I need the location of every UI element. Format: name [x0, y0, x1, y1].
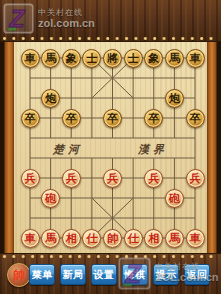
- board-point[interactable]: 砲: [164, 188, 185, 208]
- board-point[interactable]: 仕: [123, 228, 144, 248]
- board-point[interactable]: 兵: [102, 168, 123, 188]
- board-point[interactable]: [123, 108, 144, 128]
- board-point[interactable]: 馬: [164, 48, 185, 68]
- piece-black[interactable]: 卒: [21, 109, 40, 128]
- board-point[interactable]: [164, 108, 185, 128]
- red-general-icon: 帥: [7, 263, 31, 287]
- piece-grid: 車馬象士將士象馬車炮炮卒卒卒卒卒兵兵兵兵兵砲砲車馬相仕帥仕相馬車: [20, 48, 206, 248]
- board-point[interactable]: 馬: [164, 228, 185, 248]
- board-point[interactable]: [123, 168, 144, 188]
- board-point[interactable]: [102, 88, 123, 108]
- board-point[interactable]: [164, 128, 185, 148]
- board-point[interactable]: 車: [20, 228, 41, 248]
- board-point[interactable]: 兵: [20, 168, 41, 188]
- piece-black[interactable]: 象: [144, 49, 163, 68]
- board-point[interactable]: [40, 148, 61, 168]
- board-point[interactable]: [185, 208, 206, 228]
- board-point[interactable]: [164, 208, 185, 228]
- toolbar: 帥 菜单 新局 设置 悔棋 提示 返回 Z 中关村在线 ZOL.com.cn: [0, 254, 221, 294]
- board-point[interactable]: 兵: [61, 168, 82, 188]
- board-point[interactable]: 炮: [40, 88, 61, 108]
- tack-row-bottom: [2, 254, 219, 259]
- board-point[interactable]: [61, 88, 82, 108]
- board-point[interactable]: 卒: [185, 108, 206, 128]
- board-point[interactable]: 砲: [40, 188, 61, 208]
- board-point[interactable]: [123, 188, 144, 208]
- watermark-top: Z 中关村在线 zol.com.cn: [3, 3, 95, 34]
- board-point[interactable]: [123, 128, 144, 148]
- game-screen: Z 中关村在线 zol.com.cn 楚河 漢界 車馬象士將士象馬車炮炮卒卒卒卒…: [0, 0, 221, 294]
- settings-button[interactable]: 设置: [91, 264, 117, 285]
- board-point[interactable]: [61, 188, 82, 208]
- board-point[interactable]: [102, 188, 123, 208]
- board-point[interactable]: [82, 168, 103, 188]
- board-point[interactable]: [102, 148, 123, 168]
- board-point[interactable]: [82, 188, 103, 208]
- board-point[interactable]: 車: [185, 228, 206, 248]
- board-point[interactable]: [20, 148, 41, 168]
- piece-black[interactable]: 士: [124, 49, 143, 68]
- piece-red[interactable]: 兵: [103, 169, 122, 188]
- board-point[interactable]: 卒: [61, 108, 82, 128]
- board-point[interactable]: [102, 208, 123, 228]
- board-point[interactable]: 卒: [102, 108, 123, 128]
- board-point[interactable]: [185, 128, 206, 148]
- board-point[interactable]: [82, 128, 103, 148]
- board-point[interactable]: [61, 208, 82, 228]
- board-point[interactable]: [40, 168, 61, 188]
- board-point[interactable]: 馬: [40, 228, 61, 248]
- board-point[interactable]: [82, 68, 103, 88]
- piece-red[interactable]: 馬: [165, 229, 184, 248]
- board-point[interactable]: [82, 108, 103, 128]
- board-point[interactable]: 兵: [143, 168, 164, 188]
- menu-button[interactable]: 菜单: [29, 264, 55, 285]
- piece-red[interactable]: 兵: [21, 169, 40, 188]
- board-point[interactable]: 仕: [82, 228, 103, 248]
- piece-red[interactable]: 仕: [82, 229, 101, 248]
- board-point[interactable]: 車: [20, 48, 41, 68]
- board-point[interactable]: [143, 208, 164, 228]
- piece-black[interactable]: 炮: [165, 89, 184, 108]
- piece-red[interactable]: 車: [21, 229, 40, 248]
- board-point[interactable]: 士: [82, 48, 103, 68]
- board-point[interactable]: 象: [61, 48, 82, 68]
- board-point[interactable]: [20, 128, 41, 148]
- piece-black[interactable]: 卒: [186, 109, 205, 128]
- piece-black[interactable]: 將: [103, 49, 122, 68]
- board-point[interactable]: 馬: [40, 48, 61, 68]
- piece-black[interactable]: 卒: [144, 109, 163, 128]
- board-point[interactable]: [102, 128, 123, 148]
- piece-red[interactable]: 帥: [103, 229, 122, 248]
- piece-red[interactable]: 相: [62, 229, 81, 248]
- board-point[interactable]: [61, 68, 82, 88]
- board-point[interactable]: [20, 188, 41, 208]
- piece-black[interactable]: 馬: [41, 49, 60, 68]
- board-point[interactable]: [40, 108, 61, 128]
- piece-red[interactable]: 砲: [165, 189, 184, 208]
- piece-black[interactable]: 象: [62, 49, 81, 68]
- watermark-site-name: 中关村在线: [38, 8, 95, 17]
- board-point[interactable]: [82, 148, 103, 168]
- piece-black[interactable]: 卒: [62, 109, 81, 128]
- board-point[interactable]: [185, 188, 206, 208]
- board-point[interactable]: [20, 88, 41, 108]
- piece-black[interactable]: 馬: [165, 49, 184, 68]
- board-point[interactable]: 炮: [164, 88, 185, 108]
- board-point[interactable]: [164, 68, 185, 88]
- board-point[interactable]: [123, 208, 144, 228]
- board-point[interactable]: [143, 148, 164, 168]
- board-point[interactable]: [82, 208, 103, 228]
- board-point[interactable]: 卒: [20, 108, 41, 128]
- board-frame-left: [0, 42, 14, 253]
- board-point[interactable]: [164, 168, 185, 188]
- board-point[interactable]: 士: [123, 48, 144, 68]
- board-point[interactable]: [164, 148, 185, 168]
- new-game-button[interactable]: 新局: [60, 264, 86, 285]
- piece-red[interactable]: 砲: [41, 189, 60, 208]
- board-point[interactable]: [143, 68, 164, 88]
- board-point[interactable]: [40, 128, 61, 148]
- board-point[interactable]: [40, 68, 61, 88]
- board-frame-right: [207, 42, 221, 253]
- piece-black[interactable]: 炮: [41, 89, 60, 108]
- board-point[interactable]: [61, 148, 82, 168]
- piece-red[interactable]: 兵: [186, 169, 205, 188]
- board-point[interactable]: [185, 68, 206, 88]
- piece-red[interactable]: 車: [186, 229, 205, 248]
- toolbar-buttons: 菜单 新局 设置 悔棋 提示 返回: [29, 264, 210, 285]
- board-point[interactable]: 象: [143, 48, 164, 68]
- header: Z 中关村在线 zol.com.cn: [0, 0, 221, 41]
- board-point[interactable]: 帥: [102, 228, 123, 248]
- board-point[interactable]: 兵: [185, 168, 206, 188]
- piece-black[interactable]: 車: [186, 49, 205, 68]
- board-point[interactable]: 相: [61, 228, 82, 248]
- board-point[interactable]: [123, 88, 144, 108]
- piece-red[interactable]: 兵: [62, 169, 81, 188]
- piece-black[interactable]: 士: [82, 49, 101, 68]
- watermark-site-url: zol.com.cn: [38, 17, 95, 29]
- board-point[interactable]: [185, 148, 206, 168]
- board-point[interactable]: 卒: [143, 108, 164, 128]
- board-point[interactable]: [20, 208, 41, 228]
- xiangqi-board: 楚河 漢界 車馬象士將士象馬車炮炮卒卒卒卒卒兵兵兵兵兵砲砲車馬相仕帥仕相馬車: [0, 41, 221, 254]
- board-point[interactable]: [123, 68, 144, 88]
- zol-logo-icon: Z: [3, 3, 34, 34]
- piece-red[interactable]: 兵: [144, 169, 163, 188]
- board-point[interactable]: 車: [185, 48, 206, 68]
- board-point[interactable]: [143, 188, 164, 208]
- undo-button[interactable]: 悔棋: [122, 264, 148, 285]
- board-point[interactable]: [82, 88, 103, 108]
- piece-red[interactable]: 仕: [124, 229, 143, 248]
- piece-black[interactable]: 卒: [103, 109, 122, 128]
- piece-red[interactable]: 馬: [41, 229, 60, 248]
- board-point[interactable]: 相: [143, 228, 164, 248]
- board-point[interactable]: 將: [102, 48, 123, 68]
- board-point[interactable]: [102, 68, 123, 88]
- board-point[interactable]: [20, 68, 41, 88]
- board-point[interactable]: [143, 128, 164, 148]
- piece-red[interactable]: 相: [144, 229, 163, 248]
- piece-black[interactable]: 車: [21, 49, 40, 68]
- hint-button[interactable]: 提示: [153, 264, 179, 285]
- logo-letter: Z: [9, 5, 26, 32]
- board-point[interactable]: [143, 88, 164, 108]
- board-point[interactable]: [40, 208, 61, 228]
- board-point[interactable]: [185, 88, 206, 108]
- board-point[interactable]: [123, 148, 144, 168]
- back-button[interactable]: 返回: [184, 264, 210, 285]
- board-point[interactable]: [61, 128, 82, 148]
